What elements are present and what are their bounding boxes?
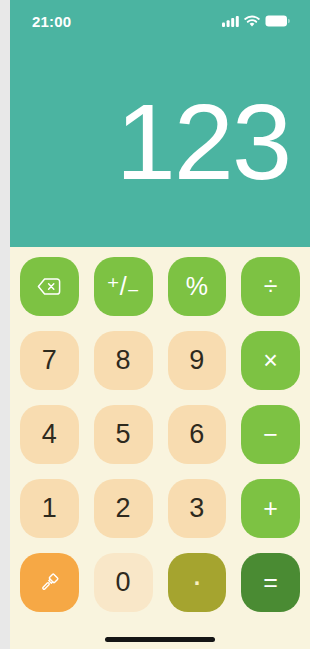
- key-label: %: [186, 272, 208, 301]
- key-label: 2: [116, 493, 131, 524]
- key-9[interactable]: 9: [168, 331, 227, 390]
- key-label: ⁺/₋: [106, 272, 139, 301]
- key-label: 9: [189, 345, 204, 376]
- key-label: .: [192, 554, 201, 593]
- calculator-app: 21:00 123: [10, 0, 310, 649]
- paintbrush-icon: [36, 570, 62, 596]
- key-label: 5: [116, 419, 131, 450]
- key-3[interactable]: 3: [168, 479, 227, 538]
- key-0[interactable]: 0: [94, 553, 153, 612]
- key-1[interactable]: 1: [20, 479, 79, 538]
- key-6[interactable]: 6: [168, 405, 227, 464]
- key-equals[interactable]: =: [241, 553, 300, 612]
- key-plus[interactable]: +: [241, 479, 300, 538]
- key-label: 7: [42, 345, 57, 376]
- key-label: −: [263, 420, 278, 449]
- key-4[interactable]: 4: [20, 405, 79, 464]
- key-label: 1: [42, 493, 57, 524]
- key-label: 8: [116, 345, 131, 376]
- key-minus[interactable]: −: [241, 405, 300, 464]
- cellular-signal-icon: [222, 16, 239, 27]
- key-5[interactable]: 5: [94, 405, 153, 464]
- key-7[interactable]: 7: [20, 331, 79, 390]
- key-theme[interactable]: [20, 553, 79, 612]
- key-label: 0: [116, 567, 131, 598]
- status-icons: [222, 15, 290, 27]
- keypad: ⁺/₋ % ÷ 7 8 9 × 4 5 6 −: [10, 247, 310, 622]
- key-label: ÷: [264, 272, 278, 301]
- key-decimal[interactable]: .: [168, 553, 227, 612]
- backspace-icon: [37, 278, 61, 295]
- display-value: 123: [10, 36, 310, 247]
- key-label: +: [263, 494, 278, 523]
- key-percent[interactable]: %: [168, 257, 227, 316]
- wifi-icon: [244, 15, 260, 27]
- key-label: =: [263, 568, 278, 597]
- battery-icon: [265, 15, 290, 27]
- key-2[interactable]: 2: [94, 479, 153, 538]
- key-label: 4: [42, 419, 57, 450]
- key-label: 3: [189, 493, 204, 524]
- status-bar: 21:00: [10, 0, 310, 36]
- key-divide[interactable]: ÷: [241, 257, 300, 316]
- key-backspace[interactable]: [20, 257, 79, 316]
- key-label: ×: [263, 346, 278, 375]
- key-8[interactable]: 8: [94, 331, 153, 390]
- key-label: 6: [189, 419, 204, 450]
- key-plus-minus[interactable]: ⁺/₋: [94, 257, 153, 316]
- key-multiply[interactable]: ×: [241, 331, 300, 390]
- home-indicator[interactable]: [105, 637, 215, 642]
- status-time: 21:00: [32, 13, 71, 30]
- calculator-display: 21:00 123: [10, 0, 310, 247]
